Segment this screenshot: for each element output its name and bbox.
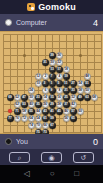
- stone-white-move-14: 14: [42, 94, 49, 101]
- stone-white-move-58: 58: [21, 108, 28, 115]
- stone-white-move-24: 24: [28, 87, 35, 94]
- stone-white-move-54: 54: [35, 115, 42, 122]
- star-point: [79, 54, 82, 57]
- title-bar: Gomoku: [0, 0, 103, 14]
- stone-black-move-69: 69: [7, 94, 14, 101]
- stone-black-move-71: 71: [14, 108, 21, 115]
- stone-black-move-1: 1: [49, 80, 56, 87]
- stone-black-move-43: 43: [42, 108, 49, 115]
- stone-black-move-63: 63: [84, 94, 91, 101]
- stone-white-move-56: 56: [63, 115, 70, 122]
- stone-black-move-25: 25: [63, 94, 70, 101]
- stone-white-move-46: 46: [63, 108, 70, 115]
- stone-black-move-15: 15: [49, 94, 56, 101]
- computer-stone-color-icon: [5, 19, 12, 26]
- stone-white-move-32: 32: [70, 94, 77, 101]
- back-icon[interactable]: ◁: [24, 170, 30, 178]
- stone-white-move-2: 2: [42, 73, 49, 80]
- stone-black-move-21: 21: [63, 87, 70, 94]
- stone-black-move-9: 9: [49, 87, 56, 94]
- stone-black-move-31: 31: [42, 59, 49, 66]
- stone-black-move-55: 55: [28, 108, 35, 115]
- you-label: You: [16, 138, 28, 145]
- undo-icon: ↺: [80, 153, 86, 160]
- stone-white-move-52: 52: [14, 94, 21, 101]
- stone-white-move-30: 30: [28, 94, 35, 101]
- stone-black-move-27: 27: [70, 80, 77, 87]
- stone-white-move-60: 60: [77, 108, 84, 115]
- stone-black-move-37: 37: [63, 101, 70, 108]
- you-stone-color-icon: [5, 138, 12, 145]
- stone-black-move-51: 51: [84, 80, 91, 87]
- stone-black-move-39: 39: [49, 52, 56, 59]
- stone-black-move-17: 17: [56, 66, 63, 73]
- stone-white-move-70: 70: [35, 122, 42, 129]
- toolbar: ⌕ ◉ ↺: [0, 149, 103, 165]
- stone-white-move-6: 6: [42, 87, 49, 94]
- stone-white-move-36: 36: [56, 52, 63, 59]
- stone-white-move-64: 64: [28, 115, 35, 122]
- hint-icon: ◉: [48, 153, 54, 160]
- stone-black-move-75: 75: [35, 129, 42, 135]
- stone-black-move-53: 53: [21, 101, 28, 108]
- stone-black-move-19: 19: [63, 73, 70, 80]
- hint-button[interactable]: ◉: [41, 152, 62, 163]
- stone-black-move-73: 73: [42, 129, 49, 135]
- stone-white-move-62: 62: [14, 101, 21, 108]
- stone-white-move-72: 72: [21, 115, 28, 122]
- stone-white-move-42: 42: [70, 101, 77, 108]
- stone-white-move-18: 18: [63, 66, 70, 73]
- stone-white-move-4: 4: [56, 73, 63, 80]
- stone-black-move-11: 11: [63, 80, 70, 87]
- stone-white-move-66: 66: [42, 122, 49, 129]
- stone-white-move-28: 28: [56, 101, 63, 108]
- last-move-marker: [8, 109, 12, 113]
- stone-white-move-20: 20: [49, 59, 56, 66]
- stone-black-move-61: 61: [42, 115, 49, 122]
- app-screen: Gomoku Computer 4 1234567891011121314151…: [0, 0, 103, 183]
- star-point: [23, 54, 26, 57]
- stone-black-move-45: 45: [56, 108, 63, 115]
- undo-button[interactable]: ↺: [73, 152, 94, 163]
- stone-white-move-44: 44: [35, 108, 42, 115]
- stone-black-move-59: 59: [49, 115, 56, 122]
- you-player-bar: You 0: [0, 134, 103, 149]
- computer-score: 4: [93, 18, 98, 28]
- stone-white-move-10: 10: [35, 80, 42, 87]
- stone-white-move-76: 76: [14, 115, 21, 122]
- stone-black-move-65: 65: [70, 115, 77, 122]
- stone-black-move-77: 77: [7, 115, 14, 122]
- stone-white-move-68: 68: [91, 94, 98, 101]
- stone-black-move-49: 49: [77, 94, 84, 101]
- stone-white-move-50: 50: [84, 87, 91, 94]
- stone-white-move-38: 38: [77, 87, 84, 94]
- app-title: Gomoku: [38, 2, 76, 12]
- stone-white-move-34: 34: [77, 80, 84, 87]
- game-board[interactable]: 1234567891011121314151617181920212223242…: [0, 31, 103, 134]
- search-button[interactable]: ⌕: [9, 152, 30, 163]
- stone-black-move-41: 41: [49, 108, 56, 115]
- stone-black-move-67: 67: [49, 122, 56, 129]
- stone-white-move-22: 22: [56, 59, 63, 66]
- gomoku-app-icon: [27, 3, 35, 11]
- stone-white-move-16: 16: [56, 94, 63, 101]
- stone-black-move-3: 3: [42, 80, 49, 87]
- stone-black-move-5: 5: [56, 80, 63, 87]
- stone-black-move-7: 7: [49, 73, 56, 80]
- android-navbar: ◁ ○ □: [0, 165, 103, 183]
- you-score: 0: [93, 137, 98, 147]
- stone-white-move-74: 74: [28, 122, 35, 129]
- stone-white-move-40: 40: [28, 101, 35, 108]
- stone-white-move-12: 12: [35, 73, 42, 80]
- stone-white-move-26: 26: [42, 101, 49, 108]
- stone-black-move-13: 13: [49, 66, 56, 73]
- stone-white-move-48: 48: [84, 73, 91, 80]
- stone-black-move-47: 47: [21, 94, 28, 101]
- recents-icon[interactable]: □: [74, 170, 79, 178]
- search-icon: ⌕: [18, 153, 22, 160]
- stone-black-move-29: 29: [49, 101, 56, 108]
- stone-white-move-8: 8: [56, 87, 63, 94]
- stone-black-move-23: 23: [35, 94, 42, 101]
- computer-label: Computer: [16, 19, 47, 26]
- stone-black-move-33: 33: [70, 87, 77, 94]
- home-icon[interactable]: ○: [50, 170, 55, 178]
- stone-black-move-57: 57: [70, 108, 77, 115]
- computer-player-bar: Computer 4: [0, 14, 103, 31]
- stone-black-move-35: 35: [35, 101, 42, 108]
